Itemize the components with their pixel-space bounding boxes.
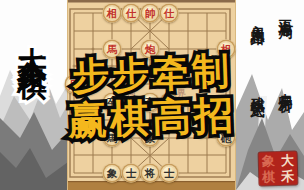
side-text-outer-top: 正滑布局	[277, 8, 295, 16]
brand-seal-stamp: 象 大 棋 禾	[259, 152, 298, 186]
title-line-2: 赢棋高招	[67, 88, 237, 148]
piece-士-d10[interactable]: 士	[122, 164, 141, 183]
piece-仕-d1[interactable]: 仕	[122, 4, 141, 23]
piece-将-e10[interactable]: 将	[141, 164, 160, 183]
seal-char-he: 禾	[278, 168, 297, 185]
seal-char-da: 大	[278, 152, 297, 169]
piece-仕-f1[interactable]: 仕	[160, 4, 179, 23]
piece-帥-e1[interactable]: 帥	[141, 4, 160, 23]
seal-char-xiang: 象	[259, 152, 278, 169]
brand-vertical-text: 大禾象棋	[11, 22, 52, 54]
side-text-inner-top: 入局思路	[249, 14, 267, 22]
seal-char-qi: 棋	[259, 169, 278, 186]
side-text-outer-bottom: 中局分析	[277, 82, 295, 90]
piece-士-f10[interactable]: 士	[160, 164, 179, 183]
piece-象-c10[interactable]: 象	[103, 164, 122, 183]
piece-相-c1[interactable]: 相	[103, 4, 122, 23]
thumbnail-canvas: 楚河 漢界 相仕帥仕馬炮相兵兵卒卒馬象砲象士将士 步步牵制 赢棋高招 大禾象棋 …	[0, 0, 304, 190]
side-text-inner-bottom: 残棋定式	[249, 86, 267, 94]
